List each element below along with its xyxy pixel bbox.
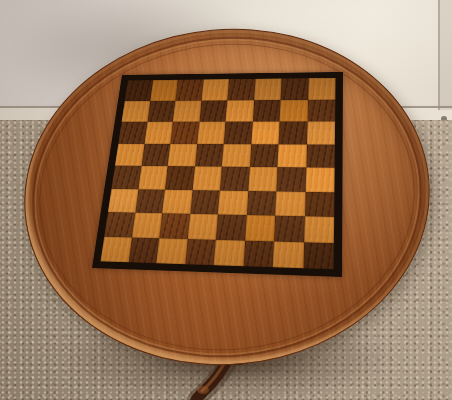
board-square — [156, 238, 187, 264]
board-square — [162, 189, 192, 213]
board-square — [165, 166, 195, 190]
board-square — [280, 100, 308, 122]
board-square — [150, 80, 178, 101]
board-square — [308, 78, 336, 100]
board-square — [304, 191, 334, 216]
board-square — [118, 122, 147, 144]
board-square — [214, 239, 245, 266]
board-square — [304, 216, 334, 242]
board-square — [144, 122, 173, 144]
board-square — [248, 167, 278, 191]
board-square — [132, 213, 163, 238]
board-square — [249, 144, 278, 167]
board-square — [138, 166, 168, 189]
board-square — [246, 191, 276, 216]
board-square — [159, 213, 190, 238]
board-square — [227, 79, 255, 100]
board-square — [222, 144, 251, 167]
board-square — [306, 144, 335, 168]
board-square — [224, 122, 253, 144]
board-square — [245, 215, 275, 241]
board-square — [276, 167, 306, 191]
board-square — [251, 122, 280, 144]
board-square — [108, 188, 138, 212]
board-square — [190, 190, 220, 215]
board-square — [192, 166, 222, 190]
board-square — [279, 121, 308, 144]
board-square — [115, 143, 144, 165]
board-square — [216, 214, 247, 240]
board-square — [185, 239, 216, 266]
photo-of-chess-table — [0, 0, 452, 400]
board-square — [104, 212, 135, 237]
board-square — [141, 143, 170, 166]
board-square — [243, 240, 274, 267]
board-square — [199, 100, 227, 122]
board-square — [307, 121, 336, 144]
board-square — [175, 79, 203, 100]
board-square — [122, 101, 150, 122]
board-square — [101, 236, 132, 262]
board-square — [252, 100, 280, 122]
board-square — [195, 144, 224, 167]
chessboard — [92, 72, 343, 277]
board-square — [277, 144, 306, 167]
board-square — [187, 214, 218, 240]
board-square — [254, 78, 282, 99]
board-square — [201, 79, 229, 100]
board-square — [303, 242, 334, 269]
board-square — [307, 99, 335, 121]
board-square — [168, 144, 197, 167]
board-square — [274, 216, 304, 242]
board-square — [112, 166, 142, 189]
board-square — [305, 167, 334, 191]
board-square — [275, 191, 305, 216]
board-square — [135, 189, 165, 213]
board-square — [197, 122, 226, 144]
leg-knee-reflection — [197, 386, 209, 394]
board-square — [220, 167, 250, 191]
board-square — [147, 100, 175, 121]
board-square — [273, 241, 304, 268]
board-square — [226, 100, 254, 122]
board-square — [173, 100, 201, 121]
board-square — [218, 190, 248, 215]
board-square — [128, 237, 159, 263]
board-square — [170, 122, 199, 144]
board-square — [281, 78, 309, 100]
board-square — [125, 80, 153, 101]
